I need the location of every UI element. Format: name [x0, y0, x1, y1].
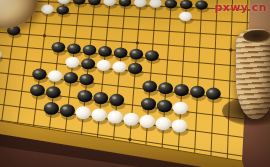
go-board — [0, 0, 270, 167]
basket-opening — [243, 30, 270, 43]
go-photo-scene: pxwy.cn — [0, 0, 270, 167]
woven-stone-basket — [236, 29, 270, 119]
watermark: pxwy.cn — [214, 1, 267, 14]
